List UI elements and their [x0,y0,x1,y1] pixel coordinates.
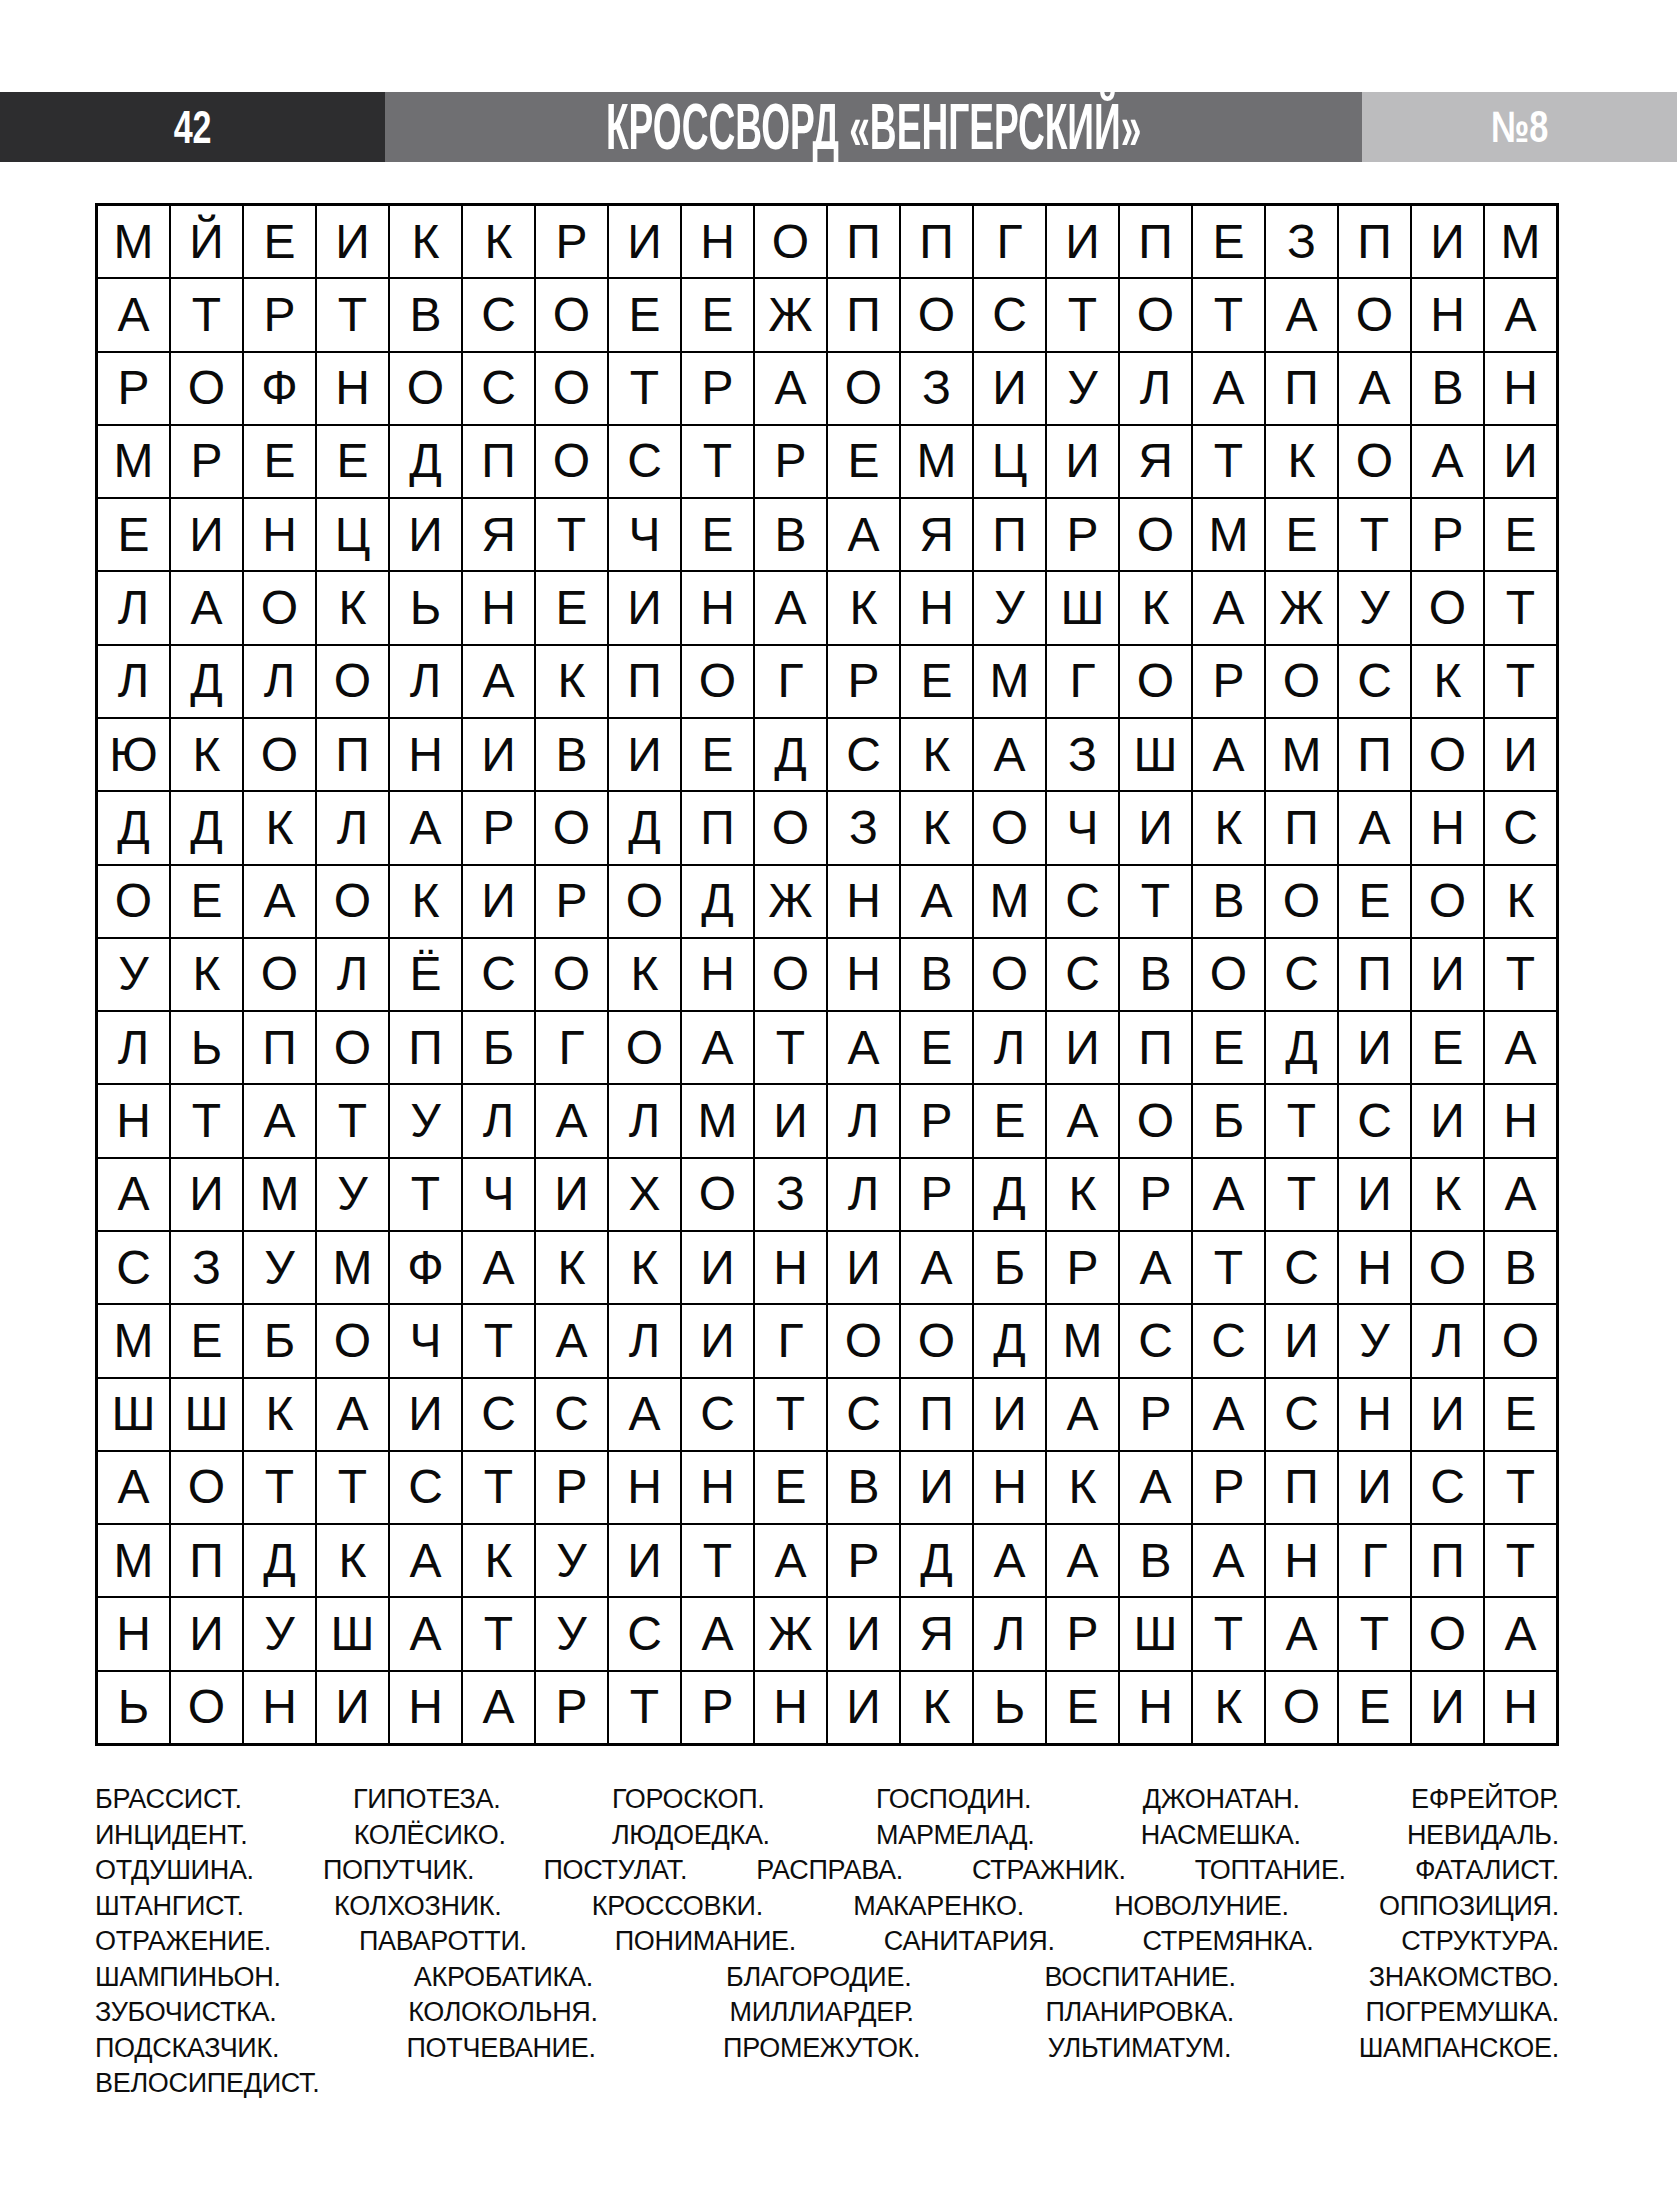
grid-cell: Р [827,645,900,718]
word: ПРОМЕЖУТОК. [723,2033,920,2063]
grid-cell: С [462,938,535,1011]
grid-cell: А [1338,791,1411,864]
grid-cell: Т [1046,278,1119,351]
word: АКРОБАТИКА. [414,1962,593,1992]
grid-cell: Ш [97,1378,170,1451]
grid-cell: С [535,1378,608,1451]
grid-cell: А [97,278,170,351]
grid-cell: О [535,278,608,351]
grid-cell: Ш [170,1378,243,1451]
grid-cell: Ж [754,1597,827,1670]
grid-cell: М [97,425,170,498]
grid-cell: О [1119,498,1192,571]
word: ЕФРЕЙТОР. [1411,1784,1559,1814]
grid-cell: П [973,498,1046,571]
grid-cell: Р [1119,1158,1192,1231]
grid-cell: А [973,1524,1046,1597]
grid-cell: М [1046,1304,1119,1377]
word: ПЛАНИРОВКА. [1046,1997,1234,2027]
grid-cell: Л [608,1084,681,1157]
grid-cell: О [681,645,754,718]
grid-cell: П [1338,718,1411,791]
grid-cell: Н [1338,1378,1411,1451]
grid-cell: О [316,1011,389,1084]
grid-cell: О [1411,571,1484,644]
word: ДЖОНАТАН. [1143,1784,1300,1814]
grid-cell: Р [1046,498,1119,571]
grid-cell: О [243,718,316,791]
grid-cell: Н [389,1671,462,1744]
grid-cell: Т [1119,865,1192,938]
grid-cell: А [1192,571,1265,644]
grid-cell: П [170,1524,243,1597]
grid-cell: С [973,278,1046,351]
grid-cell: М [681,1084,754,1157]
grid-cell: М [97,1524,170,1597]
grid-cell: Ж [1265,571,1338,644]
grid-cell: И [973,352,1046,425]
grid-cell: Т [1484,1451,1557,1524]
grid-cell: Д [608,791,681,864]
grid-cell: Ч [1046,791,1119,864]
grid-cell: Б [462,1011,535,1084]
grid-cell: Г [754,1304,827,1377]
grid-cell: Д [900,1524,973,1597]
page-header: 42 КРОССВОРД «ВЕНГЕРСКИЙ» №8 [0,92,1677,162]
grid-cell: Н [827,938,900,1011]
grid-cell: А [1192,718,1265,791]
grid-cell: И [1119,791,1192,864]
grid-cell: Т [681,425,754,498]
issue-number: №8 [1491,105,1548,149]
issue-box: №8 [1362,92,1677,162]
grid-cell: М [973,865,1046,938]
word-list-line: ШАМПИНЬОН.АКРОБАТИКА.БЛАГОРОДИЕ.ВОСПИТАН… [95,1962,1559,1998]
grid-cell: Д [754,718,827,791]
grid-cell: О [1338,425,1411,498]
grid-cell: А [1484,1597,1557,1670]
grid-cell: К [1046,1451,1119,1524]
grid-cell: Т [1192,278,1265,351]
grid-cell: И [1484,718,1557,791]
grid-cell: К [243,1378,316,1451]
grid-cell: О [754,791,827,864]
grid-cell: С [389,1451,462,1524]
grid-cell: Д [1265,1011,1338,1084]
grid-cell: Я [900,498,973,571]
grid-cell: В [900,938,973,1011]
grid-cell: В [1119,1524,1192,1597]
grid-cell: И [1265,1304,1338,1377]
grid-cell: В [754,498,827,571]
grid-cell: П [1265,1451,1338,1524]
grid-cell: С [1484,791,1557,864]
word: ВОСПИТАНИЕ. [1045,1962,1236,1992]
grid-cell: К [243,791,316,864]
grid-cell: Е [900,1011,973,1084]
grid-cell: Л [97,645,170,718]
grid-cell: Т [608,1671,681,1744]
grid-cell: Е [827,425,900,498]
word-list-line: ОТРАЖЕНИЕ.ПАВАРОТТИ.ПОНИМАНИЕ.САНИТАРИЯ.… [95,1926,1559,1962]
grid-cell: Н [1484,352,1557,425]
grid-cell: А [1265,278,1338,351]
word: НОВОЛУНИЕ. [1114,1891,1289,1921]
grid-cell: Ь [97,1671,170,1744]
grid-cell: К [900,1671,973,1744]
grid-cell: О [608,865,681,938]
word: МАРМЕЛАД. [876,1820,1034,1850]
grid-cell: О [1265,865,1338,938]
grid-cell: О [1265,1671,1338,1744]
grid-cell: И [827,1671,900,1744]
grid-cell: Н [1338,1231,1411,1304]
grid-cell: И [608,205,681,278]
grid-cell: Н [681,938,754,1011]
grid-cell: К [827,571,900,644]
grid-cell: И [462,718,535,791]
word: КОЛХОЗНИК. [334,1891,501,1921]
grid-cell: З [170,1231,243,1304]
grid-cell: П [389,1011,462,1084]
grid-cell: П [1411,1524,1484,1597]
grid-cell: Г [1046,645,1119,718]
grid-cell: К [170,718,243,791]
grid-cell: Л [97,1011,170,1084]
grid-cell: Й [170,205,243,278]
grid-cell: А [462,1671,535,1744]
word-list-line: ИНЦИДЕНТ.КОЛЁСИКО.ЛЮДОЕДКА.МАРМЕЛАД.НАСМ… [95,1820,1559,1856]
word: САНИТАРИЯ. [884,1926,1055,1956]
grid-cell: С [681,1378,754,1451]
grid-cell: В [1192,865,1265,938]
grid-cell: А [1411,425,1484,498]
grid-cell: П [1119,205,1192,278]
grid-cell: О [1411,865,1484,938]
grid-cell: П [608,645,681,718]
grid-cell: Р [535,865,608,938]
grid-cell: А [389,1524,462,1597]
grid-cell: Д [243,1524,316,1597]
grid-cell: Л [316,791,389,864]
grid-cell: Е [1046,1671,1119,1744]
grid-cell: К [608,1231,681,1304]
word: ПОПУТЧИК. [323,1855,474,1885]
grid-cell: Е [608,278,681,351]
grid-cell: С [1046,865,1119,938]
grid-cell: Л [973,1597,1046,1670]
grid-cell: Я [900,1597,973,1670]
word: МИЛЛИАРДЕР. [729,1997,913,2027]
grid-cell: П [1265,352,1338,425]
grid-cell: С [1119,1304,1192,1377]
grid-cell: К [1411,645,1484,718]
grid-cell: Л [827,1158,900,1231]
grid-cell: Р [681,1671,754,1744]
grid-cell: Р [1046,1231,1119,1304]
word-list-line: ЗУБОЧИСТКА.КОЛОКОЛЬНЯ.МИЛЛИАРДЕР.ПЛАНИРО… [95,1997,1559,2033]
grid-cell: И [535,1158,608,1231]
grid-cell: Р [900,1158,973,1231]
page-number: 42 [174,104,212,150]
grid-cell: О [316,865,389,938]
grid-cell: Т [462,1304,535,1377]
grid-cell: А [1484,1011,1557,1084]
grid-cell: И [170,498,243,571]
grid-cell: Р [681,352,754,425]
grid-cell: Х [608,1158,681,1231]
grid-cell: А [535,1304,608,1377]
grid-cell: Ш [1119,1597,1192,1670]
grid-cell: К [1411,1158,1484,1231]
grid-cell: П [1338,205,1411,278]
word: КРОССОВКИ. [592,1891,763,1921]
grid-cell: О [535,791,608,864]
grid-cell: У [1338,1304,1411,1377]
grid-cell: Ч [389,1304,462,1377]
grid-cell: К [1192,791,1265,864]
grid-cell: П [1338,938,1411,1011]
grid-cell: О [243,571,316,644]
grid-cell: Е [1192,205,1265,278]
grid-cell: Ь [389,571,462,644]
grid-cell: Р [1192,645,1265,718]
grid-cell: Т [754,1011,827,1084]
grid-cell: Р [535,205,608,278]
grid-cell: Е [681,498,754,571]
grid-cell: С [608,425,681,498]
word: СТРЕМЯНКА. [1143,1926,1314,1956]
word: БРАССИСТ. [95,1784,242,1814]
grid-cell: О [170,1671,243,1744]
word: СТРАЖНИК. [972,1855,1126,1885]
grid-cell: Т [535,498,608,571]
grid-cell: И [389,498,462,571]
grid-cell: В [535,718,608,791]
grid-cell: Е [1411,1011,1484,1084]
word: ГИПОТЕЗА. [353,1784,500,1814]
grid-cell: Т [1192,1597,1265,1670]
grid-cell: Е [170,1304,243,1377]
grid-cell: А [243,1084,316,1157]
grid-cell: Р [1411,498,1484,571]
grid-cell: М [1484,205,1557,278]
grid-cell: Л [316,938,389,1011]
word-list-line: ШТАНГИСТ.КОЛХОЗНИК.КРОССОВКИ.МАКАРЕНКО.Н… [95,1891,1559,1927]
grid-cell: П [681,791,754,864]
grid-cell: Р [1192,1451,1265,1524]
grid-cell: П [827,278,900,351]
grid-cell: П [316,718,389,791]
word: ГОСПОДИН. [876,1784,1031,1814]
grid-cell: Т [389,1158,462,1231]
grid-cell: У [316,1158,389,1231]
word: КОЛЁСИКО. [354,1820,506,1850]
grid-cell: М [1192,498,1265,571]
grid-cell: И [1046,205,1119,278]
grid-cell: Л [827,1084,900,1157]
grid-cell: Н [681,205,754,278]
grid-cell: И [462,865,535,938]
grid-cell: Р [754,425,827,498]
grid-cell: И [1411,1378,1484,1451]
grid-cell: М [1265,718,1338,791]
grid-cell: К [316,1524,389,1597]
grid-cell: К [1265,425,1338,498]
grid-cell: Л [97,571,170,644]
grid-cell: К [1484,865,1557,938]
grid-cell: Р [535,1671,608,1744]
grid-cell: Н [1411,278,1484,351]
grid-cell: Е [243,425,316,498]
word: ЛЮДОЕДКА. [612,1820,770,1850]
grid-cell: М [973,645,1046,718]
word: ПОТЧЕВАНИЕ. [406,2033,595,2063]
grid-cell: Р [243,278,316,351]
grid-cell: Д [170,645,243,718]
word: РАСПРАВА. [756,1855,903,1885]
word: ОТДУШИНА. [95,1855,254,1885]
grid-cell: Я [462,498,535,571]
grid-cell: Ф [389,1231,462,1304]
grid-cell: Ц [973,425,1046,498]
grid-cell: А [1046,1084,1119,1157]
grid-cell: Б [1192,1084,1265,1157]
word: ГОРОСКОП. [612,1784,765,1814]
grid-cell: И [1411,205,1484,278]
page-number-box: 42 [0,92,385,162]
grid-cell: Ь [170,1011,243,1084]
word: ЗУБОЧИСТКА. [95,1997,276,2027]
grid-cell: И [827,1231,900,1304]
word: ИНЦИДЕНТ. [95,1820,247,1850]
word: ШТАНГИСТ. [95,1891,244,1921]
grid-cell: Н [681,571,754,644]
grid-cell: Р [1046,1597,1119,1670]
grid-cell: Д [389,425,462,498]
grid-cell: У [535,1597,608,1670]
page-title: КРОССВОРД «ВЕНГЕРСКИЙ» [606,95,1141,159]
grid-cell: В [1119,938,1192,1011]
grid-cell: Ь [973,1671,1046,1744]
grid-cell: А [97,1158,170,1231]
grid-cell: Е [1265,498,1338,571]
grid-cell: Р [535,1451,608,1524]
word: ОТРАЖЕНИЕ. [95,1926,271,1956]
grid-cell: И [1411,938,1484,1011]
grid-cell: У [243,1597,316,1670]
grid-cell: И [973,1378,1046,1451]
grid-cell: А [462,1231,535,1304]
grid-cell: П [900,1378,973,1451]
grid-cell: О [900,1304,973,1377]
grid-cell: С [1265,938,1338,1011]
grid-cell: Н [316,352,389,425]
grid-cell: Е [754,1451,827,1524]
word: ВЕЛОСИПЕДИСТ. [95,2068,319,2098]
grid-cell: Т [1192,425,1265,498]
grid-cell: К [1046,1158,1119,1231]
grid-cell: Е [1484,1378,1557,1451]
grid-cell: Н [827,865,900,938]
grid-cell: А [462,645,535,718]
word: ЗНАКОМСТВО. [1369,1962,1559,1992]
grid-cell: Ж [754,278,827,351]
grid-cell: Н [754,1671,827,1744]
word-search-grid: МЙЕИККРИНОППГИПЕЗПИМАТРТВСОЕЕЖПОСТОТАОНА… [95,203,1559,1746]
grid-cell: А [389,791,462,864]
grid-cell: К [1119,571,1192,644]
word: ПОГРЕМУШКА. [1366,1997,1559,2027]
grid-cell: Т [1338,498,1411,571]
grid-cell: С [1411,1451,1484,1524]
grid-cell: П [900,205,973,278]
grid-cell: И [170,1597,243,1670]
grid-cell: А [754,571,827,644]
grid-cell: К [900,791,973,864]
word-list-line: ОТДУШИНА.ПОПУТЧИК.ПОСТУЛАТ.РАСПРАВА.СТРА… [95,1855,1559,1891]
title-box: КРОССВОРД «ВЕНГЕРСКИЙ» [385,92,1362,162]
grid-cell: Ш [316,1597,389,1670]
grid-cell: А [1119,1451,1192,1524]
grid-cell: М [97,205,170,278]
grid-cell: М [316,1231,389,1304]
grid-cell: Р [462,791,535,864]
grid-cell: Г [973,205,1046,278]
grid-cell: К [389,205,462,278]
grid-cell: Б [973,1231,1046,1304]
grid-cell: С [608,1597,681,1670]
grid-cell: Т [316,1084,389,1157]
grid-cell: У [973,571,1046,644]
grid-cell: З [827,791,900,864]
grid-cell: В [1411,352,1484,425]
grid-cell: А [827,498,900,571]
grid-cell: А [535,1084,608,1157]
grid-cell: Р [1119,1378,1192,1451]
grid-cell: Ш [1046,571,1119,644]
grid-cell: О [535,425,608,498]
grid-cell: А [681,1011,754,1084]
grid-cell: У [97,938,170,1011]
grid-cell: Ч [462,1158,535,1231]
grid-cell: Т [316,1451,389,1524]
grid-cell: И [1338,1451,1411,1524]
grid-cell: С [1338,645,1411,718]
grid-cell: Е [681,718,754,791]
word: НАСМЕШКА. [1141,1820,1301,1850]
grid-cell: И [608,1524,681,1597]
grid-cell: О [973,791,1046,864]
grid-cell: Л [973,1011,1046,1084]
word-list: БРАССИСТ.ГИПОТЕЗА.ГОРОСКОП.ГОСПОДИН.ДЖОН… [95,1784,1559,2104]
grid-cell: В [1484,1231,1557,1304]
word: ПОСТУЛАТ. [543,1855,687,1885]
grid-cell: О [535,938,608,1011]
word: ОППОЗИЦИЯ. [1379,1891,1559,1921]
grid-cell: А [1119,1231,1192,1304]
grid-cell: Л [1411,1304,1484,1377]
grid-cell: Е [900,645,973,718]
grid-cell: К [389,865,462,938]
grid-cell: С [97,1231,170,1304]
grid-cell: Л [389,645,462,718]
grid-cell: О [681,1158,754,1231]
word: ПОДСКАЗЧИК. [95,2033,279,2063]
grid-cell: У [535,1524,608,1597]
grid-cell: К [535,645,608,718]
grid-cell: О [827,1304,900,1377]
